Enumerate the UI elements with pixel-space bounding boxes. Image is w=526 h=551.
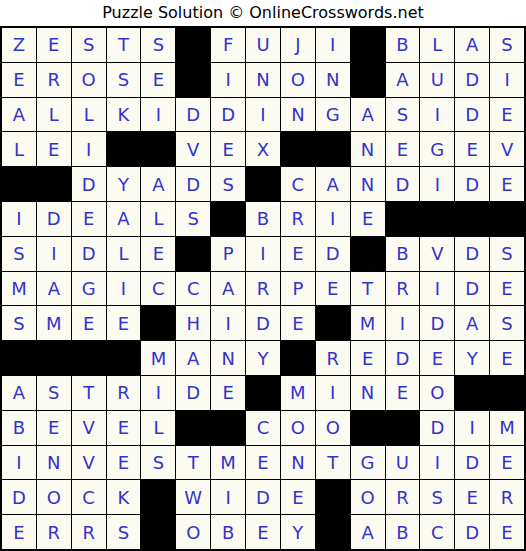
letter-cell[interactable]: P — [281, 272, 315, 306]
letter-cell[interactable]: R — [107, 376, 141, 410]
block-cell — [316, 515, 350, 549]
letter-cell[interactable]: E — [37, 28, 71, 62]
letter-cell[interactable]: O — [420, 376, 454, 410]
block-cell — [141, 515, 175, 549]
letter-cell[interactable]: L — [37, 98, 71, 132]
letter-cell[interactable]: D — [246, 480, 280, 514]
letter-cell[interactable]: D — [455, 446, 489, 480]
letter-cell[interactable]: I — [211, 63, 245, 97]
letter-cell[interactable]: E — [107, 306, 141, 340]
letter-cell[interactable]: A — [107, 202, 141, 236]
letter-cell[interactable]: E — [211, 376, 245, 410]
letter-cell[interactable]: E — [211, 132, 245, 166]
letter-cell[interactable]: L — [141, 202, 175, 236]
letter-cell[interactable]: O — [72, 63, 106, 97]
letter-cell[interactable]: E — [386, 132, 420, 166]
letter-cell[interactable]: G — [72, 272, 106, 306]
letter-cell[interactable]: S — [141, 28, 175, 62]
letter-cell[interactable]: L — [420, 28, 454, 62]
block-cell — [2, 167, 36, 201]
letter-cell[interactable]: R — [72, 515, 106, 549]
block-cell — [107, 341, 141, 375]
letter-cell[interactable]: E — [246, 446, 280, 480]
block-cell — [37, 341, 71, 375]
letter-cell[interactable]: A — [37, 272, 71, 306]
letter-cell[interactable]: G — [420, 132, 454, 166]
letter-cell[interactable]: A — [386, 63, 420, 97]
letter-cell[interactable]: S — [490, 237, 524, 271]
letter-cell[interactable]: I — [490, 63, 524, 97]
letter-cell[interactable]: D — [246, 306, 280, 340]
letter-cell[interactable]: M — [490, 411, 524, 445]
letter-cell[interactable]: N — [351, 132, 385, 166]
letter-cell[interactable]: I — [420, 446, 454, 480]
crossword-grid: ZESTSFUJIBLASEROSEINONAUDIALLKIDDINGASID… — [0, 26, 526, 551]
letter-cell[interactable]: E — [281, 237, 315, 271]
block-cell — [141, 306, 175, 340]
letter-cell[interactable]: V — [72, 411, 106, 445]
letter-cell[interactable]: E — [107, 411, 141, 445]
letter-cell[interactable]: O — [316, 411, 350, 445]
letter-cell[interactable]: M — [2, 272, 36, 306]
letter-cell[interactable]: S — [490, 306, 524, 340]
letter-cell[interactable]: D — [386, 167, 420, 201]
letter-cell[interactable]: I — [420, 167, 454, 201]
letter-cell[interactable]: S — [386, 98, 420, 132]
block-cell — [316, 306, 350, 340]
letter-cell[interactable]: R — [386, 272, 420, 306]
letter-cell[interactable]: D — [37, 202, 71, 236]
block-cell — [351, 28, 385, 62]
letter-cell[interactable]: R — [316, 341, 350, 375]
letter-cell[interactable]: D — [455, 272, 489, 306]
letter-cell[interactable]: I — [141, 376, 175, 410]
block-cell — [316, 132, 350, 166]
letter-cell[interactable]: A — [176, 341, 210, 375]
letter-cell[interactable]: S — [490, 28, 524, 62]
letter-cell[interactable]: D — [2, 480, 36, 514]
letter-cell[interactable]: E — [490, 341, 524, 375]
letter-cell[interactable]: S — [141, 446, 175, 480]
letter-cell[interactable]: V — [72, 446, 106, 480]
letter-cell[interactable]: B — [211, 515, 245, 549]
block-cell — [351, 63, 385, 97]
letter-cell[interactable]: D — [211, 98, 245, 132]
letter-cell[interactable]: E — [281, 306, 315, 340]
block-cell — [246, 167, 280, 201]
letter-cell[interactable]: C — [281, 167, 315, 201]
letter-cell[interactable]: L — [107, 237, 141, 271]
letter-cell[interactable]: E — [107, 446, 141, 480]
letter-cell[interactable]: E — [351, 202, 385, 236]
letter-cell[interactable]: C — [72, 480, 106, 514]
letter-cell[interactable]: S — [420, 480, 454, 514]
letter-cell[interactable]: V — [420, 237, 454, 271]
letter-cell[interactable]: B — [2, 411, 36, 445]
letter-cell[interactable]: D — [316, 237, 350, 271]
block-cell — [2, 341, 36, 375]
letter-cell[interactable]: I — [107, 272, 141, 306]
letter-cell[interactable]: R — [281, 202, 315, 236]
letter-cell[interactable]: S — [37, 376, 71, 410]
letter-cell[interactable]: A — [211, 272, 245, 306]
letter-cell[interactable]: E — [37, 132, 71, 166]
letter-cell[interactable]: S — [2, 237, 36, 271]
letter-cell[interactable]: E — [2, 515, 36, 549]
letter-cell[interactable]: R — [386, 480, 420, 514]
letter-cell[interactable]: N — [351, 376, 385, 410]
letter-cell[interactable]: E — [351, 341, 385, 375]
letter-cell[interactable]: E — [490, 167, 524, 201]
letter-cell[interactable]: T — [72, 376, 106, 410]
letter-cell[interactable]: D — [176, 98, 210, 132]
block-cell — [176, 237, 210, 271]
letter-cell[interactable]: E — [490, 446, 524, 480]
letter-cell[interactable]: S — [2, 306, 36, 340]
letter-cell[interactable]: O — [281, 411, 315, 445]
block-cell — [176, 28, 210, 62]
block-cell — [37, 167, 71, 201]
letter-cell[interactable]: I — [246, 237, 280, 271]
letter-cell[interactable]: I — [316, 28, 350, 62]
letter-cell[interactable]: U — [386, 446, 420, 480]
letter-cell[interactable]: M — [351, 306, 385, 340]
letter-cell[interactable]: R — [246, 272, 280, 306]
letter-cell[interactable]: E — [141, 237, 175, 271]
letter-cell[interactable]: N — [211, 341, 245, 375]
block-cell — [351, 411, 385, 445]
letter-cell[interactable]: Z — [2, 28, 36, 62]
letter-cell[interactable]: D — [455, 515, 489, 549]
letter-cell[interactable]: L — [2, 132, 36, 166]
letter-cell[interactable]: M — [281, 376, 315, 410]
letter-cell[interactable]: E — [72, 306, 106, 340]
letter-cell[interactable]: C — [176, 272, 210, 306]
letter-cell[interactable]: E — [281, 480, 315, 514]
letter-cell[interactable]: O — [176, 515, 210, 549]
letter-cell[interactable]: T — [107, 28, 141, 62]
letter-cell[interactable]: D — [420, 411, 454, 445]
letter-cell[interactable]: D — [455, 237, 489, 271]
letter-cell[interactable]: P — [211, 237, 245, 271]
letter-cell[interactable]: N — [246, 63, 280, 97]
letter-cell[interactable]: N — [281, 446, 315, 480]
block-cell — [455, 202, 489, 236]
letter-cell[interactable]: R — [37, 515, 71, 549]
letter-cell[interactable]: M — [37, 306, 71, 340]
block-cell — [455, 376, 489, 410]
letter-cell[interactable]: M — [141, 341, 175, 375]
letter-cell[interactable]: V — [490, 132, 524, 166]
letter-cell[interactable]: I — [420, 98, 454, 132]
block-cell — [281, 341, 315, 375]
puzzle-solution-page: Puzzle Solution © OnlineCrosswords.net Z… — [0, 0, 526, 551]
letter-cell[interactable]: H — [176, 306, 210, 340]
letter-cell[interactable]: I — [316, 376, 350, 410]
letter-cell[interactable]: A — [316, 167, 350, 201]
letter-cell[interactable]: E — [316, 272, 350, 306]
letter-cell[interactable]: D — [176, 376, 210, 410]
letter-cell[interactable]: B — [386, 237, 420, 271]
letter-cell[interactable]: I — [246, 98, 280, 132]
letter-cell[interactable]: S — [211, 167, 245, 201]
letter-cell[interactable]: G — [316, 98, 350, 132]
letter-cell[interactable]: R — [37, 63, 71, 97]
letter-cell[interactable]: T — [316, 446, 350, 480]
block-cell — [72, 341, 106, 375]
block-cell — [386, 202, 420, 236]
letter-cell[interactable]: O — [281, 63, 315, 97]
block-cell — [211, 411, 245, 445]
letter-cell[interactable]: C — [246, 411, 280, 445]
letter-cell[interactable]: E — [246, 515, 280, 549]
letter-cell[interactable]: N — [316, 63, 350, 97]
letter-cell[interactable]: Y — [246, 341, 280, 375]
block-cell — [281, 132, 315, 166]
block-cell — [141, 132, 175, 166]
letter-cell[interactable]: L — [72, 98, 106, 132]
letter-cell[interactable]: I — [211, 480, 245, 514]
letter-cell[interactable]: V — [176, 132, 210, 166]
block-cell — [246, 376, 280, 410]
letter-cell[interactable]: M — [211, 446, 245, 480]
letter-cell[interactable]: U — [420, 63, 454, 97]
letter-cell[interactable]: O — [351, 480, 385, 514]
letter-cell[interactable]: D — [176, 167, 210, 201]
letter-cell[interactable]: D — [72, 237, 106, 271]
block-cell — [490, 376, 524, 410]
letter-cell[interactable]: E — [386, 376, 420, 410]
page-title: Puzzle Solution © OnlineCrosswords.net — [0, 0, 526, 26]
letter-cell[interactable]: B — [386, 515, 420, 549]
block-cell — [141, 480, 175, 514]
letter-cell[interactable]: E — [37, 411, 71, 445]
letter-cell[interactable]: K — [107, 98, 141, 132]
letter-cell[interactable]: X — [246, 132, 280, 166]
letter-cell[interactable]: N — [281, 98, 315, 132]
letter-cell[interactable]: I — [420, 272, 454, 306]
letter-cell[interactable]: S — [72, 28, 106, 62]
letter-cell[interactable]: D — [455, 167, 489, 201]
block-cell — [351, 237, 385, 271]
letter-cell[interactable]: E — [72, 202, 106, 236]
block-cell — [420, 202, 454, 236]
letter-cell[interactable]: B — [246, 202, 280, 236]
letter-cell[interactable]: I — [455, 411, 489, 445]
letter-cell[interactable]: I — [37, 237, 71, 271]
letter-cell[interactable]: I — [141, 98, 175, 132]
block-cell — [211, 202, 245, 236]
letter-cell[interactable]: E — [490, 515, 524, 549]
letter-cell[interactable]: G — [351, 446, 385, 480]
letter-cell[interactable]: D — [420, 306, 454, 340]
letter-cell[interactable]: W — [176, 480, 210, 514]
letter-cell[interactable]: Y — [107, 167, 141, 201]
letter-cell[interactable]: R — [490, 480, 524, 514]
block-cell — [490, 202, 524, 236]
letter-cell[interactable]: I — [2, 446, 36, 480]
letter-cell[interactable]: A — [141, 167, 175, 201]
letter-cell[interactable]: U — [246, 28, 280, 62]
letter-cell[interactable]: S — [176, 202, 210, 236]
letter-cell[interactable]: D — [455, 98, 489, 132]
letter-cell[interactable]: D — [72, 167, 106, 201]
letter-cell[interactable]: S — [107, 515, 141, 549]
letter-cell[interactable]: E — [420, 341, 454, 375]
letter-cell[interactable]: D — [386, 341, 420, 375]
letter-cell[interactable]: T — [176, 446, 210, 480]
letter-cell[interactable]: Y — [281, 515, 315, 549]
letter-cell[interactable]: Y — [455, 341, 489, 375]
letter-cell[interactable]: E — [490, 272, 524, 306]
letter-cell[interactable]: E — [455, 132, 489, 166]
letter-cell[interactable]: A — [351, 98, 385, 132]
letter-cell[interactable]: K — [107, 480, 141, 514]
letter-cell[interactable]: E — [490, 98, 524, 132]
letter-cell[interactable]: A — [351, 515, 385, 549]
block-cell — [316, 480, 350, 514]
letter-cell[interactable]: N — [351, 167, 385, 201]
letter-cell[interactable]: T — [351, 272, 385, 306]
block-cell — [386, 411, 420, 445]
letter-cell[interactable]: D — [455, 63, 489, 97]
letter-cell[interactable]: F — [211, 28, 245, 62]
letter-cell[interactable]: L — [141, 411, 175, 445]
letter-cell[interactable]: B — [386, 28, 420, 62]
letter-cell[interactable]: I — [211, 306, 245, 340]
letter-cell[interactable]: A — [455, 306, 489, 340]
letter-cell[interactable]: A — [2, 376, 36, 410]
letter-cell[interactable]: E — [2, 63, 36, 97]
block-cell — [176, 411, 210, 445]
letter-cell[interactable]: A — [455, 28, 489, 62]
letter-cell[interactable]: I — [2, 202, 36, 236]
letter-cell[interactable]: C — [420, 515, 454, 549]
letter-cell[interactable]: S — [107, 63, 141, 97]
letter-cell[interactable]: E — [455, 480, 489, 514]
block-cell — [176, 63, 210, 97]
letter-cell[interactable]: C — [141, 272, 175, 306]
block-cell — [107, 132, 141, 166]
letter-cell[interactable]: I — [316, 202, 350, 236]
letter-cell[interactable]: J — [281, 28, 315, 62]
letter-cell[interactable]: A — [2, 98, 36, 132]
letter-cell[interactable]: I — [386, 306, 420, 340]
letter-cell[interactable]: O — [37, 480, 71, 514]
letter-cell[interactable]: I — [72, 132, 106, 166]
letter-cell[interactable]: N — [37, 446, 71, 480]
letter-cell[interactable]: E — [141, 63, 175, 97]
